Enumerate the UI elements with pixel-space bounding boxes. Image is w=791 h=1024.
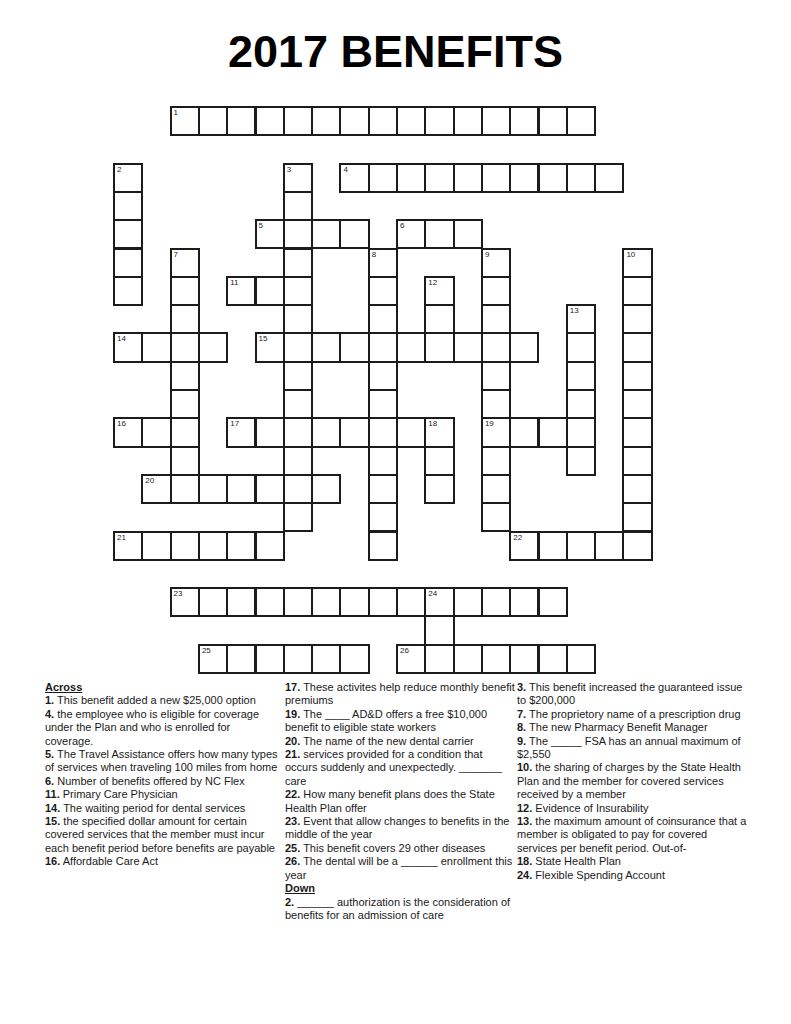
grid-cell[interactable] (368, 276, 398, 306)
grid-cell[interactable] (622, 389, 652, 419)
grid-cell[interactable] (311, 417, 341, 447)
clue-13: 13. the maximum amount of coinsurance th… (517, 815, 747, 855)
grid-cell[interactable] (396, 106, 426, 136)
grid-cell[interactable] (368, 389, 398, 419)
clue-number: 8. (517, 721, 526, 733)
grid-cell[interactable] (283, 361, 313, 391)
grid-cell[interactable]: 21 (113, 531, 143, 561)
grid-cell[interactable]: 23 (170, 587, 200, 617)
grid-cell[interactable] (481, 163, 511, 193)
grid-cell[interactable] (255, 417, 285, 447)
grid-cell[interactable] (339, 644, 369, 674)
page-title: 2017 BENEFITS (0, 26, 791, 78)
grid-cell[interactable] (198, 332, 228, 362)
clue-number: 7. (517, 708, 526, 720)
grid-cell[interactable] (311, 587, 341, 617)
grid-cell[interactable]: 26 (396, 644, 426, 674)
clue-number: 18. (517, 855, 532, 867)
clue-number: 6. (45, 775, 54, 787)
clue-2: 2. ______ authorization is the considera… (285, 896, 515, 923)
clue-1: 1. This benefit added a new $25,000 opti… (45, 694, 278, 707)
cell-number: 25 (200, 646, 226, 655)
grid-cell[interactable]: 1 (170, 106, 200, 136)
grid-cell[interactable] (538, 163, 568, 193)
grid-cell[interactable] (283, 474, 313, 504)
cell-number: 11 (228, 278, 254, 287)
cell-number: 7 (172, 250, 198, 259)
grid-cell[interactable]: 3 (283, 163, 313, 193)
clue-7: 7. The proprietory name of a prescriptio… (517, 708, 747, 721)
grid-cell[interactable] (453, 163, 483, 193)
clue-number: 3. (517, 681, 526, 693)
grid-cell[interactable] (170, 332, 200, 362)
grid-cell[interactable] (283, 644, 313, 674)
grid-cell[interactable] (566, 531, 596, 561)
grid-cell[interactable] (424, 615, 454, 645)
grid-cell[interactable] (481, 389, 511, 419)
cell-number: 23 (172, 589, 198, 598)
grid-cell[interactable] (339, 332, 369, 362)
clue-3: 3. This benefit increased the guaranteed… (517, 681, 747, 708)
grid-cell[interactable] (226, 106, 256, 136)
grid-cell[interactable]: 22 (509, 531, 539, 561)
grid-cell[interactable] (396, 417, 426, 447)
grid-cell[interactable]: 8 (368, 248, 398, 278)
grid-cell[interactable] (170, 446, 200, 476)
grid-cell[interactable] (368, 304, 398, 334)
clue-number: 26. (285, 855, 300, 867)
clue-number: 22. (285, 788, 300, 800)
grid-cell[interactable] (594, 163, 624, 193)
grid-cell[interactable] (283, 304, 313, 334)
grid-cell[interactable]: 16 (113, 417, 143, 447)
grid-cell[interactable] (424, 446, 454, 476)
grid-cell[interactable]: 6 (396, 219, 426, 249)
grid-cell[interactable] (509, 587, 539, 617)
clue-number: 16. (45, 855, 60, 867)
grid-cell[interactable] (170, 276, 200, 306)
grid-cell[interactable] (283, 248, 313, 278)
grid-cell[interactable] (368, 332, 398, 362)
clue-18: 18. State Health Plan (517, 855, 747, 868)
clue-5: 5. The Travel Assistance offers how many… (45, 748, 278, 775)
clues-column-1: Across1. This benefit added a new $25,00… (45, 681, 278, 869)
clue-number: 23. (285, 815, 300, 827)
grid-cell[interactable]: 4 (339, 163, 369, 193)
cell-number: 21 (115, 533, 141, 542)
grid-cell[interactable] (509, 163, 539, 193)
grid-cell[interactable] (311, 332, 341, 362)
clue-8: 8. The new Pharmacy Benefit Manager (517, 721, 747, 734)
grid-cell[interactable] (255, 474, 285, 504)
grid-cell[interactable] (339, 219, 369, 249)
clue-number: 20. (285, 735, 300, 747)
grid-cell[interactable] (339, 417, 369, 447)
grid-cell[interactable] (141, 531, 171, 561)
grid-cell[interactable] (538, 531, 568, 561)
grid-cell[interactable] (566, 163, 596, 193)
grid-cell[interactable] (170, 304, 200, 334)
grid-cell[interactable] (311, 219, 341, 249)
clue-21: 21. services provided for a condition th… (285, 748, 515, 788)
cell-number: 24 (426, 589, 452, 598)
grid-cell[interactable]: 5 (255, 219, 285, 249)
cell-number: 20 (143, 476, 169, 485)
grid-cell[interactable] (311, 644, 341, 674)
grid-cell[interactable] (113, 219, 143, 249)
cell-number: 26 (398, 646, 424, 655)
grid-cell[interactable] (481, 304, 511, 334)
grid-cell[interactable] (170, 389, 200, 419)
grid-cell[interactable] (311, 106, 341, 136)
grid-cell[interactable] (283, 502, 313, 532)
grid-cell[interactable] (509, 332, 539, 362)
cell-number: 15 (257, 334, 283, 343)
grid-cell[interactable] (509, 644, 539, 674)
cell-number: 18 (426, 419, 452, 428)
clue-number: 19. (285, 708, 300, 720)
grid-cell[interactable] (283, 389, 313, 419)
clue-19: 19. The ____ AD&D offers a free $10,000 … (285, 708, 515, 735)
grid-cell[interactable] (424, 304, 454, 334)
grid-cell[interactable] (566, 446, 596, 476)
grid-cell[interactable] (368, 446, 398, 476)
grid-cell[interactable] (538, 644, 568, 674)
grid-cell[interactable] (283, 219, 313, 249)
cell-number: 10 (624, 250, 650, 259)
cell-number: 2 (115, 165, 141, 174)
grid-cell[interactable] (424, 106, 454, 136)
grid-cell[interactable]: 24 (424, 587, 454, 617)
grid-cell[interactable] (594, 531, 624, 561)
grid-cell[interactable] (255, 106, 285, 136)
clue-24: 24. Flexible Spending Account (517, 869, 747, 882)
grid-cell[interactable] (113, 248, 143, 278)
clue-number: 13. (517, 815, 532, 827)
grid-cell[interactable] (424, 644, 454, 674)
cell-number: 19 (483, 419, 509, 428)
grid-cell[interactable] (255, 531, 285, 561)
grid-cell[interactable] (538, 587, 568, 617)
grid-cell[interactable] (622, 276, 652, 306)
clue-number: 25. (285, 842, 300, 854)
grid-cell[interactable] (368, 474, 398, 504)
grid-cell[interactable] (283, 106, 313, 136)
clue-number: 4. (45, 708, 54, 720)
grid-cell[interactable] (481, 332, 511, 362)
grid-cell[interactable] (368, 531, 398, 561)
cell-number: 12 (426, 278, 452, 287)
grid-cell[interactable] (226, 644, 256, 674)
grid-cell[interactable] (396, 587, 426, 617)
grid-cell[interactable]: 12 (424, 276, 454, 306)
grid-cell[interactable] (141, 417, 171, 447)
grid-cell[interactable]: 13 (566, 304, 596, 334)
clue-26: 26. The dental will be a ______ enrollme… (285, 855, 515, 882)
clue-23: 23. Event that allow changes to benefits… (285, 815, 515, 842)
grid-cell[interactable]: 14 (113, 332, 143, 362)
cell-number: 22 (511, 533, 537, 542)
grid-cell[interactable]: 15 (255, 332, 285, 362)
crossword-page: 2017 BENEFITS 12345678910111213141516171… (0, 0, 791, 1024)
cell-number: 6 (398, 221, 424, 230)
grid-cell[interactable] (509, 417, 539, 447)
grid-cell[interactable] (339, 106, 369, 136)
down-heading: Down (285, 882, 515, 895)
crossword-grid: 1234567891011121314151617181920212223242… (113, 106, 653, 675)
clue-22: 22. How many benefit plans does the Stat… (285, 788, 515, 815)
grid-cell[interactable] (453, 106, 483, 136)
grid-cell[interactable] (538, 106, 568, 136)
grid-cell[interactable]: 2 (113, 163, 143, 193)
grid-cell[interactable] (368, 106, 398, 136)
grid-cell[interactable]: 17 (226, 417, 256, 447)
clue-11: 11. Primary Care Physician (45, 788, 278, 801)
grid-cell[interactable] (622, 446, 652, 476)
grid-cell[interactable] (566, 644, 596, 674)
grid-cell[interactable] (170, 531, 200, 561)
grid-cell[interactable] (368, 361, 398, 391)
grid-cell[interactable] (566, 361, 596, 391)
grid-cell[interactable] (566, 106, 596, 136)
grid-cell[interactable] (255, 276, 285, 306)
clue-number: 5. (45, 748, 54, 760)
grid-cell[interactable] (622, 531, 652, 561)
grid-cell[interactable] (226, 531, 256, 561)
grid-cell[interactable] (453, 219, 483, 249)
clue-20: 20. The name of the new dental carrier (285, 735, 515, 748)
grid-cell[interactable] (141, 332, 171, 362)
clue-15: 15. the specified dollar amount for cert… (45, 815, 278, 855)
grid-cell[interactable] (481, 446, 511, 476)
grid-cell[interactable] (198, 531, 228, 561)
grid-cell[interactable] (170, 417, 200, 447)
grid-cell[interactable] (113, 276, 143, 306)
grid-cell[interactable] (255, 644, 285, 674)
grid-cell[interactable] (255, 587, 285, 617)
grid-cell[interactable] (283, 417, 313, 447)
grid-cell[interactable] (283, 332, 313, 362)
clues-column-3: 3. This benefit increased the guaranteed… (517, 681, 747, 882)
grid-cell[interactable]: 11 (226, 276, 256, 306)
grid-cell[interactable] (622, 417, 652, 447)
clue-9: 9. The _____ FSA has an annual maximum o… (517, 735, 747, 762)
grid-cell[interactable] (283, 191, 313, 221)
grid-cell[interactable] (424, 332, 454, 362)
grid-cell[interactable]: 19 (481, 417, 511, 447)
cell-number: 4 (341, 165, 367, 174)
grid-cell[interactable] (368, 163, 398, 193)
clue-14: 14. The waiting period for dental servic… (45, 802, 278, 815)
clue-number: 21. (285, 748, 300, 760)
clue-6: 6. Number of benefits offered by NC Flex (45, 775, 278, 788)
clue-12: 12. Evidence of Insurability (517, 802, 747, 815)
grid-cell[interactable] (368, 502, 398, 532)
grid-cell[interactable] (453, 644, 483, 674)
cell-number: 3 (285, 165, 311, 174)
grid-cell[interactable] (198, 587, 228, 617)
grid-cell[interactable] (424, 474, 454, 504)
clue-number: 14. (45, 802, 60, 814)
grid-cell[interactable] (424, 163, 454, 193)
cell-number: 14 (115, 334, 141, 343)
grid-cell[interactable] (424, 219, 454, 249)
grid-cell[interactable] (311, 474, 341, 504)
grid-cell[interactable] (368, 417, 398, 447)
clue-4: 4. the employee who is eligible for cove… (45, 708, 278, 748)
grid-cell[interactable] (622, 332, 652, 362)
clue-number: 9. (517, 735, 526, 747)
cell-number: 8 (370, 250, 396, 259)
grid-cell[interactable] (481, 587, 511, 617)
clue-number: 2. (285, 896, 294, 908)
grid-cell[interactable] (339, 587, 369, 617)
clue-10: 10. the sharing of charges by the State … (517, 761, 747, 801)
cell-number: 16 (115, 419, 141, 428)
grid-cell[interactable] (283, 276, 313, 306)
clue-number: 11. (45, 788, 60, 800)
grid-cell[interactable] (481, 276, 511, 306)
grid-cell[interactable] (453, 332, 483, 362)
grid-cell[interactable] (396, 332, 426, 362)
grid-cell[interactable] (283, 446, 313, 476)
cell-number: 5 (257, 221, 283, 230)
grid-cell[interactable] (226, 587, 256, 617)
grid-cell[interactable] (622, 304, 652, 334)
cell-number: 13 (568, 306, 594, 315)
clues-column-2: 17. These activites help reduce monthly … (285, 681, 515, 922)
clue-number: 1. (45, 694, 54, 706)
grid-cell[interactable] (113, 191, 143, 221)
grid-cell[interactable] (198, 106, 228, 136)
grid-cell[interactable] (622, 361, 652, 391)
grid-cell[interactable] (283, 587, 313, 617)
grid-cell[interactable]: 9 (481, 248, 511, 278)
clue-number: 12. (517, 802, 532, 814)
grid-cell[interactable] (170, 474, 200, 504)
grid-cell[interactable] (509, 106, 539, 136)
clue-number: 10. (517, 761, 532, 773)
grid-cell[interactable] (453, 587, 483, 617)
clue-number: 17. (285, 681, 300, 693)
grid-cell[interactable] (481, 106, 511, 136)
grid-cell[interactable] (566, 332, 596, 362)
grid-cell[interactable]: 20 (141, 474, 171, 504)
grid-cell[interactable]: 10 (622, 248, 652, 278)
cell-number: 1 (172, 108, 198, 117)
clue-16: 16. Affordable Care Act (45, 855, 278, 868)
grid-cell[interactable] (481, 361, 511, 391)
grid-cell[interactable] (198, 474, 228, 504)
cell-number: 9 (483, 250, 509, 259)
grid-cell[interactable] (622, 474, 652, 504)
across-heading: Across (45, 681, 278, 694)
grid-cell[interactable] (368, 587, 398, 617)
grid-cell[interactable] (226, 474, 256, 504)
grid-cell[interactable]: 18 (424, 417, 454, 447)
cell-number: 17 (228, 419, 254, 428)
clue-25: 25. This benefit covers 29 other disease… (285, 842, 515, 855)
grid-cell[interactable] (170, 361, 200, 391)
clue-number: 15. (45, 815, 60, 827)
grid-cell[interactable]: 7 (170, 248, 200, 278)
grid-cell[interactable] (481, 644, 511, 674)
grid-cell[interactable] (396, 163, 426, 193)
grid-cell[interactable] (481, 502, 511, 532)
grid-cell[interactable] (538, 417, 568, 447)
clue-number: 24. (517, 869, 532, 881)
grid-cell[interactable] (622, 502, 652, 532)
grid-cell[interactable] (481, 474, 511, 504)
grid-cell[interactable] (566, 389, 596, 419)
clue-17: 17. These activites help reduce monthly … (285, 681, 515, 708)
grid-cell[interactable] (566, 417, 596, 447)
grid-cell[interactable]: 25 (198, 644, 228, 674)
